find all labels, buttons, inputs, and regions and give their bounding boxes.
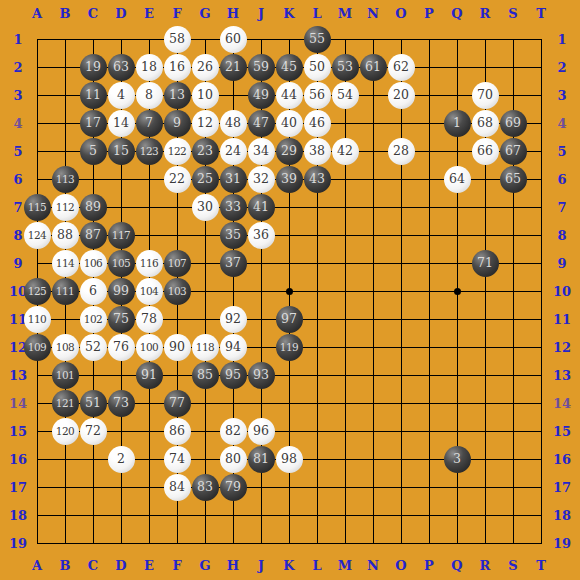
intersection-Q6[interactable]: 64 xyxy=(443,165,471,193)
intersection-R6[interactable] xyxy=(471,165,499,193)
intersection-K15[interactable] xyxy=(275,417,303,445)
intersection-P6[interactable] xyxy=(415,165,443,193)
intersection-J10[interactable] xyxy=(247,277,275,305)
intersection-B10[interactable]: 111 xyxy=(51,277,79,305)
intersection-J18[interactable] xyxy=(247,501,275,529)
intersection-H5[interactable]: 24 xyxy=(219,137,247,165)
intersection-D8[interactable]: 117 xyxy=(107,221,135,249)
intersection-G13[interactable]: 85 xyxy=(191,361,219,389)
intersection-T12[interactable] xyxy=(527,333,555,361)
intersection-E19[interactable] xyxy=(135,529,163,557)
intersection-A18[interactable] xyxy=(23,501,51,529)
intersection-B9[interactable]: 114 xyxy=(51,249,79,277)
intersection-C13[interactable] xyxy=(79,361,107,389)
intersection-B8[interactable]: 88 xyxy=(51,221,79,249)
intersection-Q2[interactable] xyxy=(443,53,471,81)
intersection-S11[interactable] xyxy=(499,305,527,333)
intersection-L6[interactable]: 43 xyxy=(303,165,331,193)
intersection-D17[interactable] xyxy=(107,473,135,501)
intersection-F17[interactable]: 84 xyxy=(163,473,191,501)
intersection-T2[interactable] xyxy=(527,53,555,81)
intersection-R15[interactable] xyxy=(471,417,499,445)
intersection-D15[interactable] xyxy=(107,417,135,445)
intersection-R1[interactable] xyxy=(471,25,499,53)
intersection-J2[interactable]: 59 xyxy=(247,53,275,81)
intersection-F15[interactable]: 86 xyxy=(163,417,191,445)
intersection-B16[interactable] xyxy=(51,445,79,473)
intersection-R5[interactable]: 66 xyxy=(471,137,499,165)
intersection-A11[interactable]: 110 xyxy=(23,305,51,333)
intersection-J17[interactable] xyxy=(247,473,275,501)
intersection-C11[interactable]: 102 xyxy=(79,305,107,333)
intersection-P13[interactable] xyxy=(415,361,443,389)
intersection-D12[interactable]: 76 xyxy=(107,333,135,361)
intersection-K8[interactable] xyxy=(275,221,303,249)
intersection-A19[interactable] xyxy=(23,529,51,557)
intersection-P4[interactable] xyxy=(415,109,443,137)
intersection-H6[interactable]: 31 xyxy=(219,165,247,193)
intersection-Q14[interactable] xyxy=(443,389,471,417)
intersection-C18[interactable] xyxy=(79,501,107,529)
intersection-S13[interactable] xyxy=(499,361,527,389)
intersection-C19[interactable] xyxy=(79,529,107,557)
intersection-S6[interactable]: 65 xyxy=(499,165,527,193)
intersection-T5[interactable] xyxy=(527,137,555,165)
intersection-F8[interactable] xyxy=(163,221,191,249)
intersection-O16[interactable] xyxy=(387,445,415,473)
intersection-N9[interactable] xyxy=(359,249,387,277)
intersection-H14[interactable] xyxy=(219,389,247,417)
intersection-D14[interactable]: 73 xyxy=(107,389,135,417)
intersection-O2[interactable]: 62 xyxy=(387,53,415,81)
intersection-N8[interactable] xyxy=(359,221,387,249)
intersection-M7[interactable] xyxy=(331,193,359,221)
intersection-D9[interactable]: 105 xyxy=(107,249,135,277)
intersection-B6[interactable]: 113 xyxy=(51,165,79,193)
intersection-A17[interactable] xyxy=(23,473,51,501)
intersection-K19[interactable] xyxy=(275,529,303,557)
intersection-N7[interactable] xyxy=(359,193,387,221)
intersection-J14[interactable] xyxy=(247,389,275,417)
intersection-P12[interactable] xyxy=(415,333,443,361)
intersection-L19[interactable] xyxy=(303,529,331,557)
intersection-M14[interactable] xyxy=(331,389,359,417)
intersection-Q11[interactable] xyxy=(443,305,471,333)
intersection-S9[interactable] xyxy=(499,249,527,277)
intersection-O4[interactable] xyxy=(387,109,415,137)
intersection-F2[interactable]: 16 xyxy=(163,53,191,81)
intersection-E5[interactable]: 123 xyxy=(135,137,163,165)
intersection-T14[interactable] xyxy=(527,389,555,417)
intersection-A3[interactable] xyxy=(23,81,51,109)
intersection-J4[interactable]: 47 xyxy=(247,109,275,137)
intersection-E2[interactable]: 18 xyxy=(135,53,163,81)
intersection-Q4[interactable]: 1 xyxy=(443,109,471,137)
intersection-Q5[interactable] xyxy=(443,137,471,165)
intersection-G11[interactable] xyxy=(191,305,219,333)
intersection-C14[interactable]: 51 xyxy=(79,389,107,417)
intersection-G10[interactable] xyxy=(191,277,219,305)
intersection-Q7[interactable] xyxy=(443,193,471,221)
intersection-O11[interactable] xyxy=(387,305,415,333)
intersection-J12[interactable] xyxy=(247,333,275,361)
intersection-K6[interactable]: 39 xyxy=(275,165,303,193)
intersection-T11[interactable] xyxy=(527,305,555,333)
intersection-B2[interactable] xyxy=(51,53,79,81)
intersection-B1[interactable] xyxy=(51,25,79,53)
intersection-H19[interactable] xyxy=(219,529,247,557)
intersection-O5[interactable]: 28 xyxy=(387,137,415,165)
intersection-T6[interactable] xyxy=(527,165,555,193)
intersection-B19[interactable] xyxy=(51,529,79,557)
intersection-T13[interactable] xyxy=(527,361,555,389)
intersection-F11[interactable] xyxy=(163,305,191,333)
intersection-S10[interactable] xyxy=(499,277,527,305)
intersection-C10[interactable]: 6 xyxy=(79,277,107,305)
intersection-Q18[interactable] xyxy=(443,501,471,529)
intersection-R7[interactable] xyxy=(471,193,499,221)
intersection-L9[interactable] xyxy=(303,249,331,277)
intersection-B3[interactable] xyxy=(51,81,79,109)
intersection-R2[interactable] xyxy=(471,53,499,81)
intersection-G16[interactable] xyxy=(191,445,219,473)
intersection-Q19[interactable] xyxy=(443,529,471,557)
intersection-N6[interactable] xyxy=(359,165,387,193)
intersection-K18[interactable] xyxy=(275,501,303,529)
intersection-N4[interactable] xyxy=(359,109,387,137)
intersection-D19[interactable] xyxy=(107,529,135,557)
intersection-R16[interactable] xyxy=(471,445,499,473)
intersection-G19[interactable] xyxy=(191,529,219,557)
intersection-L2[interactable]: 50 xyxy=(303,53,331,81)
intersection-P2[interactable] xyxy=(415,53,443,81)
intersection-Q17[interactable] xyxy=(443,473,471,501)
intersection-Q8[interactable] xyxy=(443,221,471,249)
intersection-S17[interactable] xyxy=(499,473,527,501)
intersection-D10[interactable]: 99 xyxy=(107,277,135,305)
intersection-O6[interactable] xyxy=(387,165,415,193)
intersection-M17[interactable] xyxy=(331,473,359,501)
intersection-M2[interactable]: 53 xyxy=(331,53,359,81)
intersection-B7[interactable]: 112 xyxy=(51,193,79,221)
intersection-N12[interactable] xyxy=(359,333,387,361)
intersection-S12[interactable] xyxy=(499,333,527,361)
intersection-E9[interactable]: 116 xyxy=(135,249,163,277)
intersection-B4[interactable] xyxy=(51,109,79,137)
intersection-B15[interactable]: 120 xyxy=(51,417,79,445)
intersection-B5[interactable] xyxy=(51,137,79,165)
intersection-G3[interactable]: 10 xyxy=(191,81,219,109)
intersection-L16[interactable] xyxy=(303,445,331,473)
intersection-L8[interactable] xyxy=(303,221,331,249)
intersection-F13[interactable] xyxy=(163,361,191,389)
intersection-H15[interactable]: 82 xyxy=(219,417,247,445)
intersection-H7[interactable]: 33 xyxy=(219,193,247,221)
intersection-J11[interactable] xyxy=(247,305,275,333)
intersection-G2[interactable]: 26 xyxy=(191,53,219,81)
intersection-E18[interactable] xyxy=(135,501,163,529)
intersection-C15[interactable]: 72 xyxy=(79,417,107,445)
intersection-R14[interactable] xyxy=(471,389,499,417)
intersection-P11[interactable] xyxy=(415,305,443,333)
intersection-Q16[interactable]: 3 xyxy=(443,445,471,473)
intersection-O13[interactable] xyxy=(387,361,415,389)
intersection-N10[interactable] xyxy=(359,277,387,305)
intersection-S15[interactable] xyxy=(499,417,527,445)
intersection-E12[interactable]: 100 xyxy=(135,333,163,361)
intersection-K1[interactable] xyxy=(275,25,303,53)
intersection-C2[interactable]: 19 xyxy=(79,53,107,81)
intersection-J19[interactable] xyxy=(247,529,275,557)
intersection-K2[interactable]: 45 xyxy=(275,53,303,81)
intersection-H4[interactable]: 48 xyxy=(219,109,247,137)
intersection-J5[interactable]: 34 xyxy=(247,137,275,165)
intersection-P5[interactable] xyxy=(415,137,443,165)
intersection-L3[interactable]: 56 xyxy=(303,81,331,109)
intersection-K10[interactable] xyxy=(275,277,303,305)
intersection-K17[interactable] xyxy=(275,473,303,501)
intersection-Q15[interactable] xyxy=(443,417,471,445)
intersection-B12[interactable]: 108 xyxy=(51,333,79,361)
intersection-P16[interactable] xyxy=(415,445,443,473)
intersection-C16[interactable] xyxy=(79,445,107,473)
intersection-M4[interactable] xyxy=(331,109,359,137)
intersection-R12[interactable] xyxy=(471,333,499,361)
intersection-O15[interactable] xyxy=(387,417,415,445)
intersection-M16[interactable] xyxy=(331,445,359,473)
intersection-O3[interactable]: 20 xyxy=(387,81,415,109)
intersection-T7[interactable] xyxy=(527,193,555,221)
intersection-Q9[interactable] xyxy=(443,249,471,277)
intersection-O1[interactable] xyxy=(387,25,415,53)
intersection-F16[interactable]: 74 xyxy=(163,445,191,473)
intersection-G7[interactable]: 30 xyxy=(191,193,219,221)
intersection-R10[interactable] xyxy=(471,277,499,305)
intersection-O12[interactable] xyxy=(387,333,415,361)
intersection-N5[interactable] xyxy=(359,137,387,165)
intersection-P3[interactable] xyxy=(415,81,443,109)
intersection-F19[interactable] xyxy=(163,529,191,557)
intersection-R4[interactable]: 68 xyxy=(471,109,499,137)
intersection-D16[interactable]: 2 xyxy=(107,445,135,473)
intersection-A10[interactable]: 125 xyxy=(23,277,51,305)
intersection-C9[interactable]: 106 xyxy=(79,249,107,277)
intersection-G18[interactable] xyxy=(191,501,219,529)
intersection-A7[interactable]: 115 xyxy=(23,193,51,221)
intersection-H17[interactable]: 79 xyxy=(219,473,247,501)
intersection-B17[interactable] xyxy=(51,473,79,501)
intersection-P17[interactable] xyxy=(415,473,443,501)
intersection-R17[interactable] xyxy=(471,473,499,501)
intersection-R19[interactable] xyxy=(471,529,499,557)
intersection-C17[interactable] xyxy=(79,473,107,501)
intersection-D18[interactable] xyxy=(107,501,135,529)
intersection-M5[interactable]: 42 xyxy=(331,137,359,165)
intersection-N1[interactable] xyxy=(359,25,387,53)
intersection-C7[interactable]: 89 xyxy=(79,193,107,221)
intersection-P8[interactable] xyxy=(415,221,443,249)
intersection-E11[interactable]: 78 xyxy=(135,305,163,333)
intersection-T3[interactable] xyxy=(527,81,555,109)
intersection-D11[interactable]: 75 xyxy=(107,305,135,333)
intersection-T15[interactable] xyxy=(527,417,555,445)
intersection-K12[interactable]: 119 xyxy=(275,333,303,361)
intersection-M8[interactable] xyxy=(331,221,359,249)
intersection-C1[interactable] xyxy=(79,25,107,53)
intersection-N19[interactable] xyxy=(359,529,387,557)
intersection-G9[interactable] xyxy=(191,249,219,277)
intersection-E4[interactable]: 7 xyxy=(135,109,163,137)
intersection-T8[interactable] xyxy=(527,221,555,249)
intersection-S16[interactable] xyxy=(499,445,527,473)
intersection-H8[interactable]: 35 xyxy=(219,221,247,249)
intersection-J15[interactable]: 96 xyxy=(247,417,275,445)
intersection-B11[interactable] xyxy=(51,305,79,333)
intersection-P15[interactable] xyxy=(415,417,443,445)
intersection-N11[interactable] xyxy=(359,305,387,333)
intersection-A8[interactable]: 124 xyxy=(23,221,51,249)
intersection-D5[interactable]: 15 xyxy=(107,137,135,165)
intersection-A5[interactable] xyxy=(23,137,51,165)
intersection-K4[interactable]: 40 xyxy=(275,109,303,137)
intersection-F9[interactable]: 107 xyxy=(163,249,191,277)
intersection-G17[interactable]: 83 xyxy=(191,473,219,501)
intersection-K13[interactable] xyxy=(275,361,303,389)
intersection-H13[interactable]: 95 xyxy=(219,361,247,389)
intersection-A12[interactable]: 109 xyxy=(23,333,51,361)
intersection-S19[interactable] xyxy=(499,529,527,557)
intersection-O19[interactable] xyxy=(387,529,415,557)
intersection-H12[interactable]: 94 xyxy=(219,333,247,361)
intersection-K5[interactable]: 29 xyxy=(275,137,303,165)
intersection-K14[interactable] xyxy=(275,389,303,417)
intersection-N16[interactable] xyxy=(359,445,387,473)
intersection-A9[interactable] xyxy=(23,249,51,277)
intersection-S1[interactable] xyxy=(499,25,527,53)
intersection-T10[interactable] xyxy=(527,277,555,305)
intersection-M9[interactable] xyxy=(331,249,359,277)
intersection-D1[interactable] xyxy=(107,25,135,53)
intersection-C3[interactable]: 11 xyxy=(79,81,107,109)
intersection-R9[interactable]: 71 xyxy=(471,249,499,277)
intersection-A16[interactable] xyxy=(23,445,51,473)
intersection-T17[interactable] xyxy=(527,473,555,501)
intersection-G12[interactable]: 118 xyxy=(191,333,219,361)
intersection-L18[interactable] xyxy=(303,501,331,529)
intersection-E17[interactable] xyxy=(135,473,163,501)
intersection-L17[interactable] xyxy=(303,473,331,501)
intersection-D7[interactable] xyxy=(107,193,135,221)
intersection-B13[interactable]: 101 xyxy=(51,361,79,389)
intersection-M11[interactable] xyxy=(331,305,359,333)
intersection-H18[interactable] xyxy=(219,501,247,529)
intersection-R8[interactable] xyxy=(471,221,499,249)
intersection-K3[interactable]: 44 xyxy=(275,81,303,109)
intersection-A2[interactable] xyxy=(23,53,51,81)
intersection-D3[interactable]: 4 xyxy=(107,81,135,109)
intersection-R11[interactable] xyxy=(471,305,499,333)
intersection-F3[interactable]: 13 xyxy=(163,81,191,109)
intersection-M1[interactable] xyxy=(331,25,359,53)
intersection-Q1[interactable] xyxy=(443,25,471,53)
intersection-A6[interactable] xyxy=(23,165,51,193)
intersection-N17[interactable] xyxy=(359,473,387,501)
intersection-C6[interactable] xyxy=(79,165,107,193)
intersection-H3[interactable] xyxy=(219,81,247,109)
intersection-F14[interactable]: 77 xyxy=(163,389,191,417)
intersection-N18[interactable] xyxy=(359,501,387,529)
intersection-O8[interactable] xyxy=(387,221,415,249)
intersection-N2[interactable]: 61 xyxy=(359,53,387,81)
intersection-P1[interactable] xyxy=(415,25,443,53)
intersection-K7[interactable] xyxy=(275,193,303,221)
intersection-P10[interactable] xyxy=(415,277,443,305)
intersection-E13[interactable]: 91 xyxy=(135,361,163,389)
intersection-A1[interactable] xyxy=(23,25,51,53)
intersection-M12[interactable] xyxy=(331,333,359,361)
intersection-G15[interactable] xyxy=(191,417,219,445)
intersection-T19[interactable] xyxy=(527,529,555,557)
intersection-T4[interactable] xyxy=(527,109,555,137)
intersection-E15[interactable] xyxy=(135,417,163,445)
intersection-J3[interactable]: 49 xyxy=(247,81,275,109)
intersection-Q3[interactable] xyxy=(443,81,471,109)
intersection-O14[interactable] xyxy=(387,389,415,417)
intersection-N14[interactable] xyxy=(359,389,387,417)
intersection-S14[interactable] xyxy=(499,389,527,417)
intersection-C4[interactable]: 17 xyxy=(79,109,107,137)
intersection-S4[interactable]: 69 xyxy=(499,109,527,137)
intersection-K9[interactable] xyxy=(275,249,303,277)
intersection-L14[interactable] xyxy=(303,389,331,417)
intersection-J7[interactable]: 41 xyxy=(247,193,275,221)
intersection-F6[interactable]: 22 xyxy=(163,165,191,193)
intersection-D2[interactable]: 63 xyxy=(107,53,135,81)
intersection-A15[interactable] xyxy=(23,417,51,445)
intersection-G1[interactable] xyxy=(191,25,219,53)
intersection-S7[interactable] xyxy=(499,193,527,221)
intersection-G14[interactable] xyxy=(191,389,219,417)
intersection-J6[interactable]: 32 xyxy=(247,165,275,193)
intersection-K11[interactable]: 97 xyxy=(275,305,303,333)
intersection-J16[interactable]: 81 xyxy=(247,445,275,473)
intersection-F4[interactable]: 9 xyxy=(163,109,191,137)
intersection-M10[interactable] xyxy=(331,277,359,305)
intersection-E7[interactable] xyxy=(135,193,163,221)
intersection-O7[interactable] xyxy=(387,193,415,221)
intersection-L7[interactable] xyxy=(303,193,331,221)
intersection-G5[interactable]: 23 xyxy=(191,137,219,165)
intersection-A14[interactable] xyxy=(23,389,51,417)
intersection-E8[interactable] xyxy=(135,221,163,249)
intersection-T16[interactable] xyxy=(527,445,555,473)
intersection-P9[interactable] xyxy=(415,249,443,277)
intersection-Q13[interactable] xyxy=(443,361,471,389)
intersection-N13[interactable] xyxy=(359,361,387,389)
intersection-F5[interactable]: 122 xyxy=(163,137,191,165)
intersection-E14[interactable] xyxy=(135,389,163,417)
intersection-L5[interactable]: 38 xyxy=(303,137,331,165)
intersection-J1[interactable] xyxy=(247,25,275,53)
intersection-H11[interactable]: 92 xyxy=(219,305,247,333)
intersection-M3[interactable]: 54 xyxy=(331,81,359,109)
intersection-N15[interactable] xyxy=(359,417,387,445)
intersection-L15[interactable] xyxy=(303,417,331,445)
intersection-S18[interactable] xyxy=(499,501,527,529)
intersection-F12[interactable]: 90 xyxy=(163,333,191,361)
intersection-H9[interactable]: 37 xyxy=(219,249,247,277)
intersection-H1[interactable]: 60 xyxy=(219,25,247,53)
